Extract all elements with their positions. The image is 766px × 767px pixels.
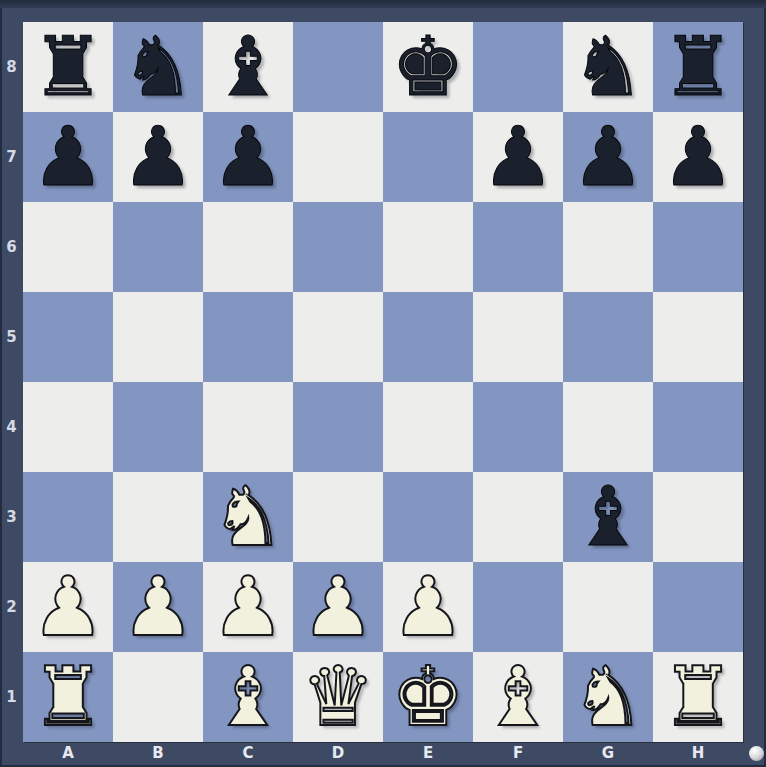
black-rook-a8[interactable]: ♜	[31, 22, 105, 112]
square-h4[interactable]	[653, 382, 743, 472]
square-e8[interactable]: ♚	[383, 22, 473, 112]
square-c2[interactable]: ♟	[203, 562, 293, 652]
square-b3[interactable]	[113, 472, 203, 562]
square-c7[interactable]: ♟	[203, 112, 293, 202]
square-a1[interactable]: ♜	[23, 652, 113, 742]
file-label-h: H	[653, 742, 743, 767]
white-knight-c3[interactable]: ♞	[211, 472, 285, 562]
square-e1[interactable]: ♚	[383, 652, 473, 742]
square-g1[interactable]: ♞	[563, 652, 653, 742]
black-bishop-g3[interactable]: ♝	[571, 472, 645, 562]
square-a5[interactable]	[23, 292, 113, 382]
white-king-e1[interactable]: ♚	[391, 652, 465, 742]
square-f3[interactable]	[473, 472, 563, 562]
square-f5[interactable]	[473, 292, 563, 382]
file-label-a: A	[23, 742, 113, 767]
rank-label-8: 8	[0, 22, 23, 112]
white-rook-h1[interactable]: ♜	[661, 652, 735, 742]
square-f8[interactable]	[473, 22, 563, 112]
square-h7[interactable]: ♟	[653, 112, 743, 202]
square-a4[interactable]	[23, 382, 113, 472]
side-to-move-indicator-icon	[749, 746, 764, 761]
square-h6[interactable]	[653, 202, 743, 292]
square-f2[interactable]	[473, 562, 563, 652]
rank-label-1: 1	[0, 652, 23, 742]
square-a6[interactable]	[23, 202, 113, 292]
square-c3[interactable]: ♞	[203, 472, 293, 562]
rank-label-7: 7	[0, 112, 23, 202]
chess-board: ♜♞♝♚♞♜♟♟♟♟♟♟♞♝♟♟♟♟♟♜♝♛♚♝♞♜	[23, 22, 743, 742]
black-pawn-c7[interactable]: ♟	[211, 112, 285, 202]
square-g5[interactable]	[563, 292, 653, 382]
file-labels: ABCDEFGH	[23, 742, 743, 767]
square-c4[interactable]	[203, 382, 293, 472]
chess-board-window: 87654321 ♜♞♝♚♞♜♟♟♟♟♟♟♞♝♟♟♟♟♟♜♝♛♚♝♞♜ ABCD…	[0, 0, 766, 767]
rank-label-4: 4	[0, 382, 23, 472]
square-e2[interactable]: ♟	[383, 562, 473, 652]
file-label-d: D	[293, 742, 383, 767]
square-c8[interactable]: ♝	[203, 22, 293, 112]
square-b5[interactable]	[113, 292, 203, 382]
black-bishop-c8[interactable]: ♝	[211, 22, 285, 112]
black-knight-b8[interactable]: ♞	[121, 22, 195, 112]
square-a8[interactable]: ♜	[23, 22, 113, 112]
white-pawn-c2[interactable]: ♟	[211, 562, 285, 652]
square-d7[interactable]	[293, 112, 383, 202]
black-pawn-b7[interactable]: ♟	[121, 112, 195, 202]
rank-label-6: 6	[0, 202, 23, 292]
square-g4[interactable]	[563, 382, 653, 472]
square-f6[interactable]	[473, 202, 563, 292]
file-label-g: G	[563, 742, 653, 767]
white-pawn-b2[interactable]: ♟	[121, 562, 195, 652]
rank-label-5: 5	[0, 292, 23, 382]
black-pawn-g7[interactable]: ♟	[571, 112, 645, 202]
file-label-b: B	[113, 742, 203, 767]
black-rook-h8[interactable]: ♜	[661, 22, 735, 112]
square-b1[interactable]	[113, 652, 203, 742]
square-a7[interactable]: ♟	[23, 112, 113, 202]
square-h8[interactable]: ♜	[653, 22, 743, 112]
white-pawn-e2[interactable]: ♟	[391, 562, 465, 652]
square-g2[interactable]	[563, 562, 653, 652]
square-g8[interactable]: ♞	[563, 22, 653, 112]
square-h2[interactable]	[653, 562, 743, 652]
square-f4[interactable]	[473, 382, 563, 472]
rank-labels: 87654321	[0, 22, 23, 742]
square-g6[interactable]	[563, 202, 653, 292]
square-d5[interactable]	[293, 292, 383, 382]
square-e3[interactable]	[383, 472, 473, 562]
square-d6[interactable]	[293, 202, 383, 292]
black-pawn-a7[interactable]: ♟	[31, 112, 105, 202]
white-knight-g1[interactable]: ♞	[571, 652, 645, 742]
white-bishop-c1[interactable]: ♝	[211, 652, 285, 742]
square-c1[interactable]: ♝	[203, 652, 293, 742]
black-pawn-f7[interactable]: ♟	[481, 112, 555, 202]
square-e7[interactable]	[383, 112, 473, 202]
square-a3[interactable]	[23, 472, 113, 562]
square-d2[interactable]: ♟	[293, 562, 383, 652]
file-label-e: E	[383, 742, 473, 767]
white-pawn-d2[interactable]: ♟	[301, 562, 375, 652]
square-c6[interactable]	[203, 202, 293, 292]
square-h1[interactable]: ♜	[653, 652, 743, 742]
square-b2[interactable]: ♟	[113, 562, 203, 652]
file-label-f: F	[473, 742, 563, 767]
rank-label-3: 3	[0, 472, 23, 562]
black-knight-g8[interactable]: ♞	[571, 22, 645, 112]
square-d1[interactable]: ♛	[293, 652, 383, 742]
rank-label-2: 2	[0, 562, 23, 652]
square-d8[interactable]	[293, 22, 383, 112]
file-label-c: C	[203, 742, 293, 767]
square-d4[interactable]	[293, 382, 383, 472]
white-rook-a1[interactable]: ♜	[31, 652, 105, 742]
black-pawn-h7[interactable]: ♟	[661, 112, 735, 202]
square-b8[interactable]: ♞	[113, 22, 203, 112]
square-d3[interactable]	[293, 472, 383, 562]
square-c5[interactable]	[203, 292, 293, 382]
square-e4[interactable]	[383, 382, 473, 472]
square-g7[interactable]: ♟	[563, 112, 653, 202]
square-g3[interactable]: ♝	[563, 472, 653, 562]
white-pawn-a2[interactable]: ♟	[31, 562, 105, 652]
square-h5[interactable]	[653, 292, 743, 382]
square-e5[interactable]	[383, 292, 473, 382]
square-e6[interactable]	[383, 202, 473, 292]
square-b6[interactable]	[113, 202, 203, 292]
white-bishop-f1[interactable]: ♝	[481, 652, 555, 742]
square-a2[interactable]: ♟	[23, 562, 113, 652]
black-king-e8[interactable]: ♚	[391, 22, 465, 112]
square-h3[interactable]	[653, 472, 743, 562]
square-f7[interactable]: ♟	[473, 112, 563, 202]
square-f1[interactable]: ♝	[473, 652, 563, 742]
white-queen-d1[interactable]: ♛	[301, 652, 375, 742]
square-b7[interactable]: ♟	[113, 112, 203, 202]
square-b4[interactable]	[113, 382, 203, 472]
